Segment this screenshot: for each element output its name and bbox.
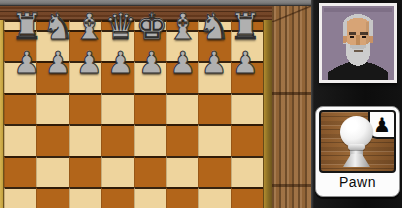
square-h4[interactable] [231,124,263,156]
square-b5[interactable] [36,93,68,125]
wood-table-right [272,6,311,208]
piece-e7-black-pawn[interactable]: ♟ [138,48,165,78]
square-a5[interactable] [4,93,36,125]
square-b4[interactable] [36,124,68,156]
piece-f7-black-pawn[interactable]: ♟ [170,48,197,78]
sidebar-panel: ♟ Pawn [311,0,402,208]
chess-board-frame: ♜♞♝♛♚♝♞♜♟♟♟♟♟♟♟♟ [0,20,272,208]
square-f2[interactable] [166,187,198,208]
selected-piece-card: ♟ Pawn [315,106,400,197]
square-c5[interactable] [69,93,101,125]
square-b2[interactable] [36,187,68,208]
portrait-face-art [322,6,394,80]
square-c3[interactable] [69,156,101,188]
square-g4[interactable] [198,124,230,156]
piece-b8-black-knight[interactable]: ♞ [42,9,74,45]
pawn-base [343,154,370,167]
square-a4[interactable] [4,124,36,156]
square-f4[interactable] [166,124,198,156]
piece-d8-black-queen[interactable]: ♛ [104,9,136,45]
piece-preview-image: ♟ [319,110,396,173]
piece-f8-black-bishop[interactable]: ♝ [167,9,199,45]
square-a3[interactable] [4,156,36,188]
piece-a8-black-rook[interactable]: ♜ [11,9,43,45]
wood-corner-joint [272,6,311,22]
square-c4[interactable] [69,124,101,156]
piece-name-label: Pawn [316,174,399,190]
square-c2[interactable] [69,187,101,208]
square-g2[interactable] [198,187,230,208]
white-pawn-3d-figure [338,116,375,167]
square-d3[interactable] [101,156,133,188]
square-d5[interactable] [101,93,133,125]
square-e2[interactable] [134,187,166,208]
piece-e8-black-king[interactable]: ♚ [136,9,168,45]
square-f3[interactable] [166,156,198,188]
piece-a7-black-pawn[interactable]: ♟ [14,48,41,78]
square-e3[interactable] [134,156,166,188]
piece-c7-black-pawn[interactable]: ♟ [76,48,103,78]
square-e4[interactable] [134,124,166,156]
square-a2[interactable] [4,187,36,208]
square-h5[interactable] [231,93,263,125]
game-screen: ♜♞♝♛♚♝♞♜♟♟♟♟♟♟♟♟ [0,0,402,208]
square-e5[interactable] [134,93,166,125]
piece-g8-black-knight[interactable]: ♞ [198,9,230,45]
square-d2[interactable] [101,187,133,208]
black-pawn-icon: ♟ [373,115,391,135]
piece-d7-black-pawn[interactable]: ♟ [107,48,134,78]
square-f5[interactable] [166,93,198,125]
square-g5[interactable] [198,93,230,125]
piece-h7-black-pawn[interactable]: ♟ [232,48,259,78]
square-h3[interactable] [231,156,263,188]
opponent-portrait [319,3,397,83]
piece-g7-black-pawn[interactable]: ♟ [201,48,228,78]
square-d4[interactable] [101,124,133,156]
piece-c8-black-bishop[interactable]: ♝ [73,9,105,45]
square-h2[interactable] [231,187,263,208]
piece-h8-black-rook[interactable]: ♜ [229,9,261,45]
opponent-portrait-image [322,6,394,80]
pawn-collar [348,144,365,150]
piece-b7-black-pawn[interactable]: ♟ [45,48,72,78]
square-g3[interactable] [198,156,230,188]
square-b3[interactable] [36,156,68,188]
